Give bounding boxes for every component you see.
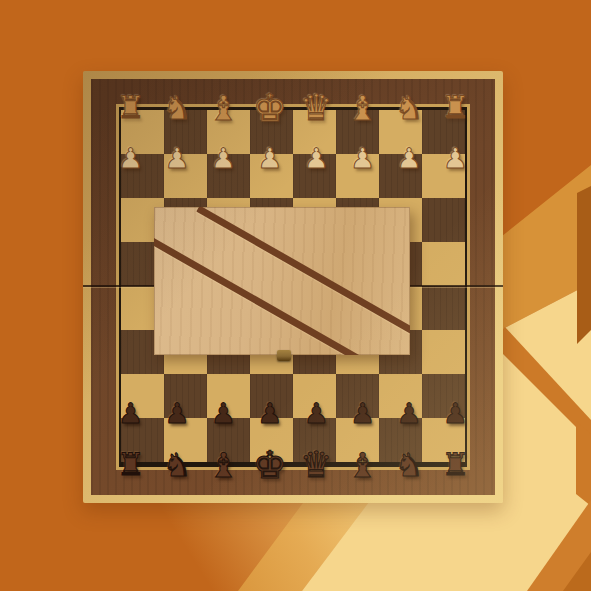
- piece-white-pawn-h2: ♟: [118, 145, 143, 173]
- piece-black-pawn-g7: ♟: [164, 400, 189, 428]
- piece-black-pawn-a7: ♟: [443, 400, 468, 428]
- piece-black-rook-a8: ♜: [442, 449, 470, 480]
- piece-white-pawn-c2: ♟: [350, 145, 375, 173]
- piece-white-queen-d1: ♛: [300, 90, 332, 126]
- piece-black-knight-g8: ♞: [163, 449, 192, 481]
- piece-black-queen-d8: ♛: [300, 447, 332, 483]
- piece-black-king-e8: ♚: [253, 446, 287, 484]
- piece-black-pawn-b7: ♟: [396, 400, 421, 428]
- piece-white-pawn-a2: ♟: [443, 145, 468, 173]
- wooden-box-lid: [154, 207, 410, 355]
- scene: ♜♞♝♚♛♝♞♜♟♟♟♟♟♟♟♟♟♟♟♟♟♟♟♟♜♞♝♚♛♝♞♜: [0, 0, 591, 591]
- square-f7: ♟: [207, 374, 250, 418]
- square-d7: ♟: [293, 374, 336, 418]
- piece-black-bishop-f8: ♝: [208, 448, 238, 482]
- piece-white-knight-g1: ♞: [163, 92, 192, 124]
- square-a6: [422, 330, 465, 374]
- chess-board: ♜♞♝♚♛♝♞♜♟♟♟♟♟♟♟♟♟♟♟♟♟♟♟♟♜♞♝♚♛♝♞♜: [83, 71, 503, 503]
- piece-white-pawn-e2: ♟: [257, 145, 282, 173]
- piece-white-rook-h1: ♜: [117, 92, 145, 123]
- square-g7: ♟: [164, 374, 207, 418]
- piece-white-rook-a1: ♜: [442, 92, 470, 123]
- piece-black-pawn-d7: ♟: [304, 400, 329, 428]
- square-a5: [422, 286, 465, 330]
- piece-white-bishop-f1: ♝: [208, 91, 238, 125]
- piece-white-pawn-d2: ♟: [304, 145, 329, 173]
- piece-white-king-e1: ♚: [253, 89, 287, 127]
- piece-black-bishop-c8: ♝: [347, 448, 377, 482]
- square-h2: ♟: [121, 154, 164, 198]
- piece-white-pawn-g2: ♟: [164, 145, 189, 173]
- square-b7: ♟: [379, 374, 422, 418]
- piece-white-knight-b1: ♞: [395, 92, 424, 124]
- piece-black-pawn-c7: ♟: [350, 400, 375, 428]
- square-a3: [422, 198, 465, 242]
- square-g2: ♟: [164, 154, 207, 198]
- piece-black-pawn-f7: ♟: [211, 400, 236, 428]
- box-clasp-icon: [277, 350, 291, 361]
- piece-black-knight-b8: ♞: [395, 449, 424, 481]
- square-d2: ♟: [293, 154, 336, 198]
- square-b2: ♟: [379, 154, 422, 198]
- square-h7: ♟: [121, 374, 164, 418]
- piece-black-pawn-e7: ♟: [257, 400, 282, 428]
- square-a7: ♟: [422, 374, 465, 418]
- piece-white-pawn-f2: ♟: [211, 145, 236, 173]
- piece-white-bishop-c1: ♝: [347, 91, 377, 125]
- square-c7: ♟: [336, 374, 379, 418]
- square-a4: [422, 242, 465, 286]
- square-e2: ♟: [250, 154, 293, 198]
- square-e7: ♟: [250, 374, 293, 418]
- piece-black-rook-h8: ♜: [117, 449, 145, 480]
- piece-white-pawn-b2: ♟: [396, 145, 421, 173]
- square-c2: ♟: [336, 154, 379, 198]
- square-f2: ♟: [207, 154, 250, 198]
- piece-black-pawn-h7: ♟: [118, 400, 143, 428]
- square-a2: ♟: [422, 154, 465, 198]
